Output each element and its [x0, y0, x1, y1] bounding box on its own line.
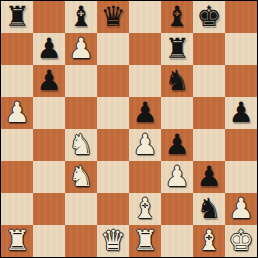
square-f6[interactable]: ♞ — [161, 65, 193, 97]
square-g5[interactable] — [193, 97, 225, 129]
white-queen-d1[interactable]: ♛ — [97, 225, 129, 257]
square-d3[interactable] — [97, 161, 129, 193]
square-c1[interactable] — [65, 225, 97, 257]
white-pawn-h2[interactable]: ♟ — [225, 193, 257, 225]
square-e3[interactable] — [129, 161, 161, 193]
black-bishop-c8[interactable]: ♝ — [65, 1, 97, 33]
square-f8[interactable]: ♝ — [161, 1, 193, 33]
white-knight-c4[interactable]: ♞ — [65, 129, 97, 161]
chess-board: ♜♝♛♝♚♟♟♜♟♞♟♟♟♞♟♟♞♟♟♝♞♟♜♛♜♝♚ — [1, 1, 257, 257]
square-e8[interactable] — [129, 1, 161, 33]
white-pawn-f3[interactable]: ♟ — [161, 161, 193, 193]
black-king-g8[interactable]: ♚ — [193, 1, 225, 33]
square-e2[interactable]: ♝ — [129, 193, 161, 225]
square-h6[interactable] — [225, 65, 257, 97]
square-f4[interactable]: ♟ — [161, 129, 193, 161]
square-f7[interactable]: ♜ — [161, 33, 193, 65]
black-knight-f6[interactable]: ♞ — [161, 65, 193, 97]
square-b2[interactable] — [33, 193, 65, 225]
white-king-h1[interactable]: ♚ — [225, 225, 257, 257]
square-h5[interactable]: ♟ — [225, 97, 257, 129]
square-g4[interactable] — [193, 129, 225, 161]
square-h8[interactable] — [225, 1, 257, 33]
square-a7[interactable] — [1, 33, 33, 65]
square-c5[interactable] — [65, 97, 97, 129]
square-h3[interactable] — [225, 161, 257, 193]
square-h2[interactable]: ♟ — [225, 193, 257, 225]
square-h4[interactable] — [225, 129, 257, 161]
square-c6[interactable] — [65, 65, 97, 97]
square-g8[interactable]: ♚ — [193, 1, 225, 33]
square-e7[interactable] — [129, 33, 161, 65]
white-rook-a1[interactable]: ♜ — [1, 225, 33, 257]
square-c7[interactable]: ♟ — [65, 33, 97, 65]
square-b3[interactable] — [33, 161, 65, 193]
square-c3[interactable]: ♞ — [65, 161, 97, 193]
square-h7[interactable] — [225, 33, 257, 65]
white-bishop-g1[interactable]: ♝ — [193, 225, 225, 257]
square-b4[interactable] — [33, 129, 65, 161]
square-d1[interactable]: ♛ — [97, 225, 129, 257]
square-d2[interactable] — [97, 193, 129, 225]
black-pawn-f4[interactable]: ♟ — [161, 129, 193, 161]
black-rook-a8[interactable]: ♜ — [1, 1, 33, 33]
square-b1[interactable] — [33, 225, 65, 257]
square-c2[interactable] — [65, 193, 97, 225]
white-bishop-e2[interactable]: ♝ — [129, 193, 161, 225]
square-d6[interactable] — [97, 65, 129, 97]
square-b8[interactable] — [33, 1, 65, 33]
square-g2[interactable]: ♞ — [193, 193, 225, 225]
square-e5[interactable]: ♟ — [129, 97, 161, 129]
square-a5[interactable]: ♟ — [1, 97, 33, 129]
square-g1[interactable]: ♝ — [193, 225, 225, 257]
white-rook-e1[interactable]: ♜ — [129, 225, 161, 257]
black-queen-d8[interactable]: ♛ — [97, 1, 129, 33]
square-g6[interactable] — [193, 65, 225, 97]
white-pawn-a5[interactable]: ♟ — [1, 97, 33, 129]
chess-board-frame: ♜♝♛♝♚♟♟♜♟♞♟♟♟♞♟♟♞♟♟♝♞♟♜♛♜♝♚ — [0, 0, 258, 258]
square-a8[interactable]: ♜ — [1, 1, 33, 33]
square-a3[interactable] — [1, 161, 33, 193]
black-rook-f7[interactable]: ♜ — [161, 33, 193, 65]
square-f2[interactable] — [161, 193, 193, 225]
white-pawn-e4[interactable]: ♟ — [129, 129, 161, 161]
white-pawn-c7[interactable]: ♟ — [65, 33, 97, 65]
square-c4[interactable]: ♞ — [65, 129, 97, 161]
square-a6[interactable] — [1, 65, 33, 97]
black-pawn-b7[interactable]: ♟ — [33, 33, 65, 65]
square-f5[interactable] — [161, 97, 193, 129]
square-a4[interactable] — [1, 129, 33, 161]
square-d8[interactable]: ♛ — [97, 1, 129, 33]
square-g3[interactable]: ♟ — [193, 161, 225, 193]
square-a2[interactable] — [1, 193, 33, 225]
black-pawn-h5[interactable]: ♟ — [225, 97, 257, 129]
square-b5[interactable] — [33, 97, 65, 129]
square-f1[interactable] — [161, 225, 193, 257]
black-pawn-b6[interactable]: ♟ — [33, 65, 65, 97]
black-pawn-g3[interactable]: ♟ — [193, 161, 225, 193]
white-knight-c3[interactable]: ♞ — [65, 161, 97, 193]
square-e4[interactable]: ♟ — [129, 129, 161, 161]
black-knight-g2[interactable]: ♞ — [193, 193, 225, 225]
square-b6[interactable]: ♟ — [33, 65, 65, 97]
square-b7[interactable]: ♟ — [33, 33, 65, 65]
square-e6[interactable] — [129, 65, 161, 97]
square-e1[interactable]: ♜ — [129, 225, 161, 257]
square-d5[interactable] — [97, 97, 129, 129]
square-f3[interactable]: ♟ — [161, 161, 193, 193]
square-d7[interactable] — [97, 33, 129, 65]
black-bishop-f8[interactable]: ♝ — [161, 1, 193, 33]
square-d4[interactable] — [97, 129, 129, 161]
square-a1[interactable]: ♜ — [1, 225, 33, 257]
square-g7[interactable] — [193, 33, 225, 65]
black-pawn-e5[interactable]: ♟ — [129, 97, 161, 129]
square-h1[interactable]: ♚ — [225, 225, 257, 257]
square-c8[interactable]: ♝ — [65, 1, 97, 33]
